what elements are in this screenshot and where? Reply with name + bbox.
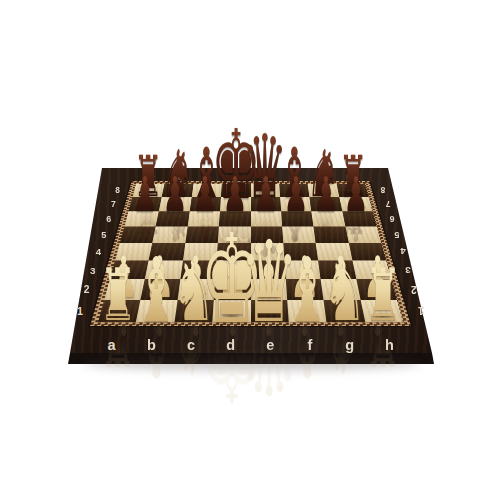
- dark-pawn[interactable]: ♟: [131, 170, 159, 218]
- coordinate-label-2: 2: [412, 284, 418, 295]
- coordinate-label-6: 6: [106, 214, 111, 224]
- coordinate-label-3: 3: [90, 264, 96, 275]
- coordinate-label-8: 8: [381, 185, 386, 195]
- coordinate-label-5: 5: [395, 230, 400, 240]
- coordinate-label-7: 7: [385, 199, 390, 209]
- coordinate-label-1: 1: [77, 305, 83, 317]
- dark-pawn[interactable]: ♟: [343, 170, 371, 218]
- coordinate-label-1: 1: [418, 305, 424, 317]
- coordinate-label-3: 3: [406, 264, 412, 275]
- chess-set-photo: aabbccddeeffgghh1122334455667788 ♜♜♞♞♝♝♚…: [0, 0, 500, 500]
- coordinate-label-5: 5: [101, 230, 106, 240]
- coordinate-label-2: 2: [84, 284, 90, 295]
- dark-pawn[interactable]: ♟: [282, 170, 310, 218]
- light-rook[interactable]: ♜: [362, 259, 404, 331]
- coordinate-label-8: 8: [115, 185, 120, 195]
- dark-pawn[interactable]: ♟: [161, 170, 189, 218]
- coordinate-label-6: 6: [390, 214, 395, 224]
- coordinate-label-7: 7: [111, 199, 116, 209]
- dark-pawn[interactable]: ♟: [312, 170, 340, 218]
